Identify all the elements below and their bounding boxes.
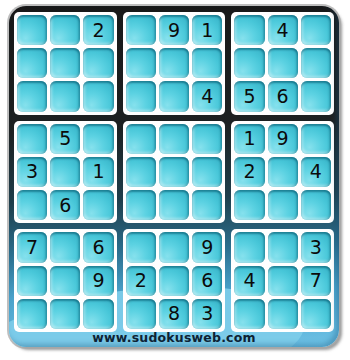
cell-r6c6[interactable] xyxy=(192,190,222,220)
cell-r4c3[interactable] xyxy=(83,124,113,154)
cell-r7c1[interactable]: 7 xyxy=(17,232,47,262)
cell-r4c9[interactable] xyxy=(301,124,331,154)
cell-r4c6[interactable] xyxy=(192,124,222,154)
cell-r4c1[interactable] xyxy=(17,124,47,154)
box-2: 914 xyxy=(123,12,226,115)
cell-r8c7[interactable]: 4 xyxy=(234,266,264,296)
cell-r9c2[interactable] xyxy=(50,299,80,329)
cell-r6c5[interactable] xyxy=(159,190,189,220)
cell-r5c9[interactable]: 4 xyxy=(301,157,331,187)
cell-r2c6[interactable] xyxy=(192,48,222,78)
cell-r8c8[interactable] xyxy=(268,266,298,296)
cell-r9c3[interactable] xyxy=(83,299,113,329)
cell-r6c1[interactable] xyxy=(17,190,47,220)
cell-r2c4[interactable] xyxy=(126,48,156,78)
cell-r2c3[interactable] xyxy=(83,48,113,78)
cell-r4c7[interactable]: 1 xyxy=(234,124,264,154)
cell-r1c6[interactable]: 1 xyxy=(192,15,222,45)
cell-r4c4[interactable] xyxy=(126,124,156,154)
box-9: 347 xyxy=(231,229,334,332)
cell-r9c7[interactable] xyxy=(234,299,264,329)
footer-site-label: www.sudokusweb.com xyxy=(9,330,339,347)
cell-r7c4[interactable] xyxy=(126,232,156,262)
box-1: 2 xyxy=(14,12,117,115)
cell-r9c6[interactable]: 3 xyxy=(192,299,222,329)
cell-r1c8[interactable]: 4 xyxy=(268,15,298,45)
cell-r1c1[interactable] xyxy=(17,15,47,45)
cell-r1c2[interactable] xyxy=(50,15,80,45)
cell-r9c5[interactable]: 8 xyxy=(159,299,189,329)
cell-r1c4[interactable] xyxy=(126,15,156,45)
cell-r2c8[interactable] xyxy=(268,48,298,78)
cell-r7c6[interactable]: 9 xyxy=(192,232,222,262)
cell-r5c8[interactable] xyxy=(268,157,298,187)
cell-r8c3[interactable]: 9 xyxy=(83,266,113,296)
cell-r7c2[interactable] xyxy=(50,232,80,262)
box-5 xyxy=(123,121,226,224)
cell-r3c9[interactable] xyxy=(301,81,331,111)
cell-r9c1[interactable] xyxy=(17,299,47,329)
cell-r1c7[interactable] xyxy=(234,15,264,45)
cell-r8c2[interactable] xyxy=(50,266,80,296)
cell-r8c5[interactable] xyxy=(159,266,189,296)
cell-r8c9[interactable]: 7 xyxy=(301,266,331,296)
cell-r1c5[interactable]: 9 xyxy=(159,15,189,45)
cell-r3c8[interactable]: 6 xyxy=(268,81,298,111)
cell-r4c2[interactable]: 5 xyxy=(50,124,80,154)
cell-r2c5[interactable] xyxy=(159,48,189,78)
cell-r3c7[interactable]: 5 xyxy=(234,81,264,111)
cell-r3c2[interactable] xyxy=(50,81,80,111)
cell-r5c3[interactable]: 1 xyxy=(83,157,113,187)
cell-r6c2[interactable]: 6 xyxy=(50,190,80,220)
cell-r5c2[interactable] xyxy=(50,157,80,187)
cell-r5c1[interactable]: 3 xyxy=(17,157,47,187)
box-7: 769 xyxy=(14,229,117,332)
box-8: 92683 xyxy=(123,229,226,332)
cell-r5c5[interactable] xyxy=(159,157,189,187)
cell-r6c9[interactable] xyxy=(301,190,331,220)
box-3: 456 xyxy=(231,12,334,115)
cell-r7c9[interactable]: 3 xyxy=(301,232,331,262)
cell-r2c2[interactable] xyxy=(50,48,80,78)
cell-r8c6[interactable]: 6 xyxy=(192,266,222,296)
cell-r7c5[interactable] xyxy=(159,232,189,262)
cell-r7c3[interactable]: 6 xyxy=(83,232,113,262)
cell-r2c7[interactable] xyxy=(234,48,264,78)
cell-r3c3[interactable] xyxy=(83,81,113,111)
cell-r3c4[interactable] xyxy=(126,81,156,111)
cell-r5c4[interactable] xyxy=(126,157,156,187)
cell-r8c4[interactable]: 2 xyxy=(126,266,156,296)
cell-r3c1[interactable] xyxy=(17,81,47,111)
cell-r7c8[interactable] xyxy=(268,232,298,262)
cell-r6c4[interactable] xyxy=(126,190,156,220)
cell-r3c5[interactable] xyxy=(159,81,189,111)
cell-r8c1[interactable] xyxy=(17,266,47,296)
cell-r6c7[interactable] xyxy=(234,190,264,220)
cell-r1c9[interactable] xyxy=(301,15,331,45)
cell-r1c3[interactable]: 2 xyxy=(83,15,113,45)
cell-r9c4[interactable] xyxy=(126,299,156,329)
cell-r7c7[interactable] xyxy=(234,232,264,262)
cell-r3c6[interactable]: 4 xyxy=(192,81,222,111)
cell-r2c1[interactable] xyxy=(17,48,47,78)
cell-r5c6[interactable] xyxy=(192,157,222,187)
cell-r2c9[interactable] xyxy=(301,48,331,78)
box-4: 5316 xyxy=(14,121,117,224)
sudoku-grid: 29144565316192476992683347 xyxy=(14,12,334,332)
sudoku-page: 29144565316192476992683347 www.sudokuswe… xyxy=(0,0,350,360)
cell-r9c9[interactable] xyxy=(301,299,331,329)
box-6: 1924 xyxy=(231,121,334,224)
cell-r9c8[interactable] xyxy=(268,299,298,329)
cell-r4c5[interactable] xyxy=(159,124,189,154)
sudoku-board-frame: 29144565316192476992683347 www.sudokuswe… xyxy=(9,6,339,347)
cell-r4c8[interactable]: 9 xyxy=(268,124,298,154)
cell-r5c7[interactable]: 2 xyxy=(234,157,264,187)
cell-r6c3[interactable] xyxy=(83,190,113,220)
cell-r6c8[interactable] xyxy=(268,190,298,220)
